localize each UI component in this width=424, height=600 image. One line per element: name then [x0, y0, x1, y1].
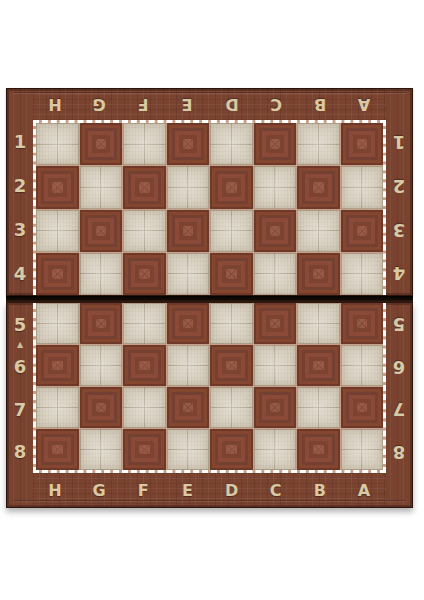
square-d3[interactable] — [210, 210, 253, 252]
rank-label-left-7: 7 — [7, 388, 33, 431]
square-f4[interactable] — [123, 253, 166, 295]
file-label-bottom-h: H — [33, 473, 77, 507]
file-label-bottom-g: G — [77, 473, 121, 507]
square-b5[interactable] — [297, 303, 340, 344]
square-c5[interactable] — [254, 303, 297, 344]
file-label-bottom-c: C — [254, 473, 298, 507]
square-g5[interactable] — [80, 303, 123, 344]
square-e5[interactable] — [167, 303, 210, 344]
square-f2[interactable] — [123, 166, 166, 208]
rank-label-right-2: 2 — [386, 164, 412, 208]
rank-label-left-6: 6 — [7, 346, 33, 389]
rank-label-right-4: 4 — [386, 251, 412, 295]
square-d6[interactable] — [210, 345, 253, 386]
square-a4[interactable] — [341, 253, 384, 295]
square-b1[interactable] — [297, 123, 340, 165]
rank-label-left-3: 3 — [7, 208, 33, 252]
square-e2[interactable] — [167, 166, 210, 208]
square-g7[interactable] — [80, 387, 123, 428]
square-h8[interactable] — [36, 429, 79, 470]
square-g4[interactable] — [80, 253, 123, 295]
file-label-top-a: A — [342, 89, 386, 120]
photo-background: HGFEDCBA 1234 1234 5678 5678 HGFEDCBA ▲ — [0, 0, 424, 600]
square-f1[interactable] — [123, 123, 166, 165]
square-c3[interactable] — [254, 210, 297, 252]
rank-label-left-2: 2 — [7, 164, 33, 208]
square-h3[interactable] — [36, 210, 79, 252]
square-a5[interactable] — [341, 303, 384, 344]
file-labels-bottom: HGFEDCBA — [33, 473, 386, 507]
rank-labels-right-top: 1234 — [386, 120, 412, 295]
square-a3[interactable] — [341, 210, 384, 252]
file-label-top-h: H — [33, 89, 77, 120]
square-a1[interactable] — [341, 123, 384, 165]
square-d7[interactable] — [210, 387, 253, 428]
square-b8[interactable] — [297, 429, 340, 470]
square-d4[interactable] — [210, 253, 253, 295]
board-bottom-half: 5678 5678 HGFEDCBA ▲ — [6, 302, 413, 508]
rank-label-right-8: 8 — [386, 431, 412, 474]
square-e3[interactable] — [167, 210, 210, 252]
square-c2[interactable] — [254, 166, 297, 208]
file-label-top-e: E — [165, 89, 209, 120]
rank-label-right-1: 1 — [386, 120, 412, 164]
square-c1[interactable] — [254, 123, 297, 165]
chess-board: HGFEDCBA 1234 1234 5678 5678 HGFEDCBA ▲ — [6, 88, 413, 508]
square-g1[interactable] — [80, 123, 123, 165]
square-b4[interactable] — [297, 253, 340, 295]
square-e7[interactable] — [167, 387, 210, 428]
square-g2[interactable] — [80, 166, 123, 208]
square-h2[interactable] — [36, 166, 79, 208]
file-label-bottom-e: E — [165, 473, 209, 507]
square-h6[interactable] — [36, 345, 79, 386]
square-e6[interactable] — [167, 345, 210, 386]
rank-label-right-3: 3 — [386, 208, 412, 252]
square-f8[interactable] — [123, 429, 166, 470]
square-e8[interactable] — [167, 429, 210, 470]
square-g3[interactable] — [80, 210, 123, 252]
file-label-top-b: B — [298, 89, 342, 120]
square-c4[interactable] — [254, 253, 297, 295]
square-h1[interactable] — [36, 123, 79, 165]
square-g8[interactable] — [80, 429, 123, 470]
file-label-top-f: F — [121, 89, 165, 120]
square-a8[interactable] — [341, 429, 384, 470]
file-label-bottom-a: A — [342, 473, 386, 507]
square-e1[interactable] — [167, 123, 210, 165]
rank-label-right-7: 7 — [386, 388, 412, 431]
square-c8[interactable] — [254, 429, 297, 470]
rank-labels-right-bottom: 5678 — [386, 303, 412, 473]
square-a6[interactable] — [341, 345, 384, 386]
square-b7[interactable] — [297, 387, 340, 428]
square-f5[interactable] — [123, 303, 166, 344]
file-label-top-c: C — [254, 89, 298, 120]
rank-label-right-5: 5 — [386, 303, 412, 346]
square-b2[interactable] — [297, 166, 340, 208]
square-d8[interactable] — [210, 429, 253, 470]
file-label-bottom-b: B — [298, 473, 342, 507]
square-a2[interactable] — [341, 166, 384, 208]
file-label-top-g: G — [77, 89, 121, 120]
file-labels-top: HGFEDCBA — [33, 89, 386, 120]
playing-area-ranks-1-4 — [33, 120, 386, 295]
rank-labels-left-bottom: 5678 — [7, 303, 33, 473]
file-label-top-d: D — [210, 89, 254, 120]
square-c7[interactable] — [254, 387, 297, 428]
square-d2[interactable] — [210, 166, 253, 208]
square-c6[interactable] — [254, 345, 297, 386]
square-h4[interactable] — [36, 253, 79, 295]
rank-label-left-4: 4 — [7, 251, 33, 295]
fold-marker-icon: ▲ — [7, 341, 33, 349]
file-label-bottom-f: F — [121, 473, 165, 507]
board-top-half: HGFEDCBA 1234 1234 — [6, 88, 413, 296]
rank-label-left-8: 8 — [7, 431, 33, 474]
playing-area-ranks-5-8 — [33, 303, 386, 473]
square-f3[interactable] — [123, 210, 166, 252]
rank-label-right-6: 6 — [386, 346, 412, 389]
file-label-bottom-d: D — [210, 473, 254, 507]
square-h7[interactable] — [36, 387, 79, 428]
square-d5[interactable] — [210, 303, 253, 344]
square-f6[interactable] — [123, 345, 166, 386]
square-g6[interactable] — [80, 345, 123, 386]
square-h5[interactable] — [36, 303, 79, 344]
square-b3[interactable] — [297, 210, 340, 252]
square-e4[interactable] — [167, 253, 210, 295]
rank-labels-left-top: 1234 — [7, 120, 33, 295]
square-f7[interactable] — [123, 387, 166, 428]
rank-label-left-1: 1 — [7, 120, 33, 164]
square-b6[interactable] — [297, 345, 340, 386]
square-a7[interactable] — [341, 387, 384, 428]
square-d1[interactable] — [210, 123, 253, 165]
